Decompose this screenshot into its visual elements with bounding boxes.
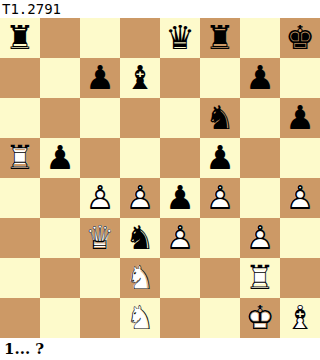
square-d5[interactable]	[120, 138, 160, 178]
piece-white-pawn: ♙	[120, 178, 160, 218]
piece-white-rook: ♖	[0, 138, 40, 178]
square-h4[interactable]: ♟♙	[280, 178, 320, 218]
square-g1[interactable]: ♚♔	[240, 298, 280, 338]
piece-white-pawn-fill: ♟	[80, 178, 120, 218]
square-a1[interactable]	[0, 298, 40, 338]
piece-white-pawn-fill: ♟	[120, 178, 160, 218]
square-e2[interactable]	[160, 258, 200, 298]
piece-white-pawn: ♙	[240, 218, 280, 258]
piece-black-pawn: ♟	[160, 178, 200, 218]
square-d3[interactable]: ♞	[120, 218, 160, 258]
piece-black-pawn: ♟	[280, 98, 320, 138]
square-h5[interactable]	[280, 138, 320, 178]
piece-white-pawn-fill: ♟	[240, 218, 280, 258]
square-g2[interactable]: ♜♖	[240, 258, 280, 298]
piece-white-pawn: ♙	[280, 178, 320, 218]
square-e1[interactable]	[160, 298, 200, 338]
square-b1[interactable]	[40, 298, 80, 338]
square-f7[interactable]	[200, 58, 240, 98]
piece-black-king: ♚	[280, 18, 320, 58]
square-e4[interactable]: ♟	[160, 178, 200, 218]
piece-black-queen: ♛	[160, 18, 200, 58]
square-g5[interactable]	[240, 138, 280, 178]
piece-black-pawn: ♟	[80, 58, 120, 98]
square-e3[interactable]: ♟♙	[160, 218, 200, 258]
square-f4[interactable]: ♟♙	[200, 178, 240, 218]
square-a7[interactable]	[0, 58, 40, 98]
piece-white-pawn: ♙	[80, 178, 120, 218]
square-d2[interactable]: ♞♘	[120, 258, 160, 298]
square-h6[interactable]: ♟	[280, 98, 320, 138]
square-f3[interactable]	[200, 218, 240, 258]
square-e6[interactable]	[160, 98, 200, 138]
chess-board: ♜♛♜♚♟♝♟♞♟♜♖♟♟♟♙♟♙♟♟♙♟♙♛♕♞♟♙♟♙♞♘♜♖♞♘♚♔♝♗	[0, 18, 320, 338]
chess-app-window: T1.2791 ♜♛♜♚♟♝♟♞♟♜♖♟♟♟♙♟♙♟♟♙♟♙♛♕♞♟♙♟♙♞♘♜…	[0, 0, 320, 360]
piece-white-king-fill: ♚	[240, 298, 280, 338]
square-e7[interactable]	[160, 58, 200, 98]
piece-white-knight: ♘	[120, 258, 160, 298]
square-f2[interactable]	[200, 258, 240, 298]
piece-white-knight-fill: ♞	[120, 298, 160, 338]
piece-white-knight: ♘	[120, 298, 160, 338]
square-a4[interactable]	[0, 178, 40, 218]
square-b8[interactable]	[40, 18, 80, 58]
square-g8[interactable]	[240, 18, 280, 58]
square-g3[interactable]: ♟♙	[240, 218, 280, 258]
move-prompt: 1... ?	[0, 338, 44, 360]
piece-white-pawn: ♙	[200, 178, 240, 218]
square-e8[interactable]: ♛	[160, 18, 200, 58]
piece-black-pawn: ♟	[200, 138, 240, 178]
square-g6[interactable]	[240, 98, 280, 138]
puzzle-title: T1.2791	[0, 0, 61, 18]
piece-white-rook-fill: ♜	[240, 258, 280, 298]
square-b3[interactable]	[40, 218, 80, 258]
square-h2[interactable]	[280, 258, 320, 298]
piece-black-rook: ♜	[200, 18, 240, 58]
piece-black-bishop: ♝	[120, 58, 160, 98]
title-bar: T1.2791	[0, 0, 320, 18]
square-h1[interactable]: ♝♗	[280, 298, 320, 338]
piece-white-bishop-fill: ♝	[280, 298, 320, 338]
status-bar: 1... ?	[0, 338, 320, 360]
square-a3[interactable]	[0, 218, 40, 258]
square-c3[interactable]: ♛♕	[80, 218, 120, 258]
square-e5[interactable]	[160, 138, 200, 178]
piece-white-bishop: ♗	[280, 298, 320, 338]
square-g7[interactable]: ♟	[240, 58, 280, 98]
piece-white-pawn: ♙	[160, 218, 200, 258]
square-a5[interactable]: ♜♖	[0, 138, 40, 178]
piece-black-rook: ♜	[0, 18, 40, 58]
piece-white-knight-fill: ♞	[120, 258, 160, 298]
square-c8[interactable]	[80, 18, 120, 58]
square-d4[interactable]: ♟♙	[120, 178, 160, 218]
square-h7[interactable]	[280, 58, 320, 98]
square-b2[interactable]	[40, 258, 80, 298]
square-d7[interactable]: ♝	[120, 58, 160, 98]
square-f5[interactable]: ♟	[200, 138, 240, 178]
piece-white-queen: ♕	[80, 218, 120, 258]
piece-black-pawn: ♟	[40, 138, 80, 178]
square-d1[interactable]: ♞♘	[120, 298, 160, 338]
square-f1[interactable]	[200, 298, 240, 338]
piece-white-queen-fill: ♛	[80, 218, 120, 258]
square-b7[interactable]	[40, 58, 80, 98]
square-h8[interactable]: ♚	[280, 18, 320, 58]
square-c4[interactable]: ♟♙	[80, 178, 120, 218]
piece-black-knight: ♞	[120, 218, 160, 258]
square-d6[interactable]	[120, 98, 160, 138]
square-b4[interactable]	[40, 178, 80, 218]
piece-black-pawn: ♟	[240, 58, 280, 98]
piece-white-pawn-fill: ♟	[200, 178, 240, 218]
square-g4[interactable]	[240, 178, 280, 218]
square-b6[interactable]	[40, 98, 80, 138]
square-d8[interactable]	[120, 18, 160, 58]
piece-white-pawn-fill: ♟	[160, 218, 200, 258]
piece-white-rook-fill: ♜	[0, 138, 40, 178]
piece-white-pawn-fill: ♟	[280, 178, 320, 218]
piece-black-knight: ♞	[200, 98, 240, 138]
square-c6[interactable]	[80, 98, 120, 138]
piece-white-rook: ♖	[240, 258, 280, 298]
square-c7[interactable]: ♟	[80, 58, 120, 98]
square-f8[interactable]: ♜	[200, 18, 240, 58]
square-a2[interactable]	[0, 258, 40, 298]
square-h3[interactable]	[280, 218, 320, 258]
square-b5[interactable]: ♟	[40, 138, 80, 178]
square-c5[interactable]	[80, 138, 120, 178]
square-a6[interactable]	[0, 98, 40, 138]
square-a8[interactable]: ♜	[0, 18, 40, 58]
square-f6[interactable]: ♞	[200, 98, 240, 138]
square-c1[interactable]	[80, 298, 120, 338]
piece-white-king: ♔	[240, 298, 280, 338]
square-c2[interactable]	[80, 258, 120, 298]
